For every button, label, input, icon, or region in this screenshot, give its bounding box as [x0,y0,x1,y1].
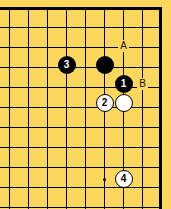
point-label: B [137,78,148,90]
white-stone: 4 [115,170,133,188]
white-stone: 2 [96,94,114,112]
black-stone [96,56,114,74]
go-board-diagram: 3124AB [0,0,171,209]
black-stone: 3 [58,56,76,74]
white-stone [115,94,133,112]
black-stone: 1 [115,75,133,93]
point-label: A [118,40,129,52]
star-point [103,178,106,181]
board-grid[interactable]: 3124AB [0,0,171,208]
